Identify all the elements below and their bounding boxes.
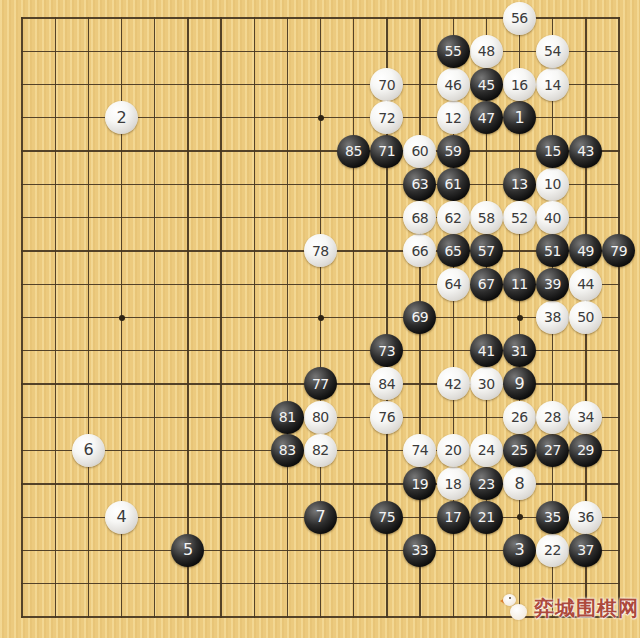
stone-number: 81 [279, 410, 296, 424]
stone-number: 40 [544, 211, 561, 225]
stone-number: 52 [511, 211, 528, 225]
stone-22: 22 [536, 534, 569, 567]
stone-36: 36 [569, 501, 602, 534]
stone-number: 26 [511, 410, 528, 424]
stone-54: 54 [536, 35, 569, 68]
stone-27: 27 [536, 434, 569, 467]
stone-number: 33 [411, 543, 428, 557]
stone-number: 56 [511, 11, 528, 25]
stone-number: 34 [577, 410, 594, 424]
stone-number: 46 [445, 78, 462, 92]
stone-52: 52 [503, 201, 536, 234]
stone-21: 21 [470, 501, 503, 534]
stone-72: 72 [370, 101, 403, 134]
stone-number: 73 [378, 344, 395, 358]
stone-number: 80 [312, 410, 329, 424]
stone-67: 67 [470, 268, 503, 301]
go-diagram: 1234567891011121314151617181920212223242… [0, 0, 640, 638]
stone-number: 82 [312, 443, 329, 457]
stone-42: 42 [437, 367, 470, 400]
stone-number: 16 [511, 78, 528, 92]
stone-40: 40 [536, 201, 569, 234]
stone-number: 69 [411, 310, 428, 324]
stone-10: 10 [536, 168, 569, 201]
stone-47: 47 [470, 101, 503, 134]
stone-number: 84 [378, 377, 395, 391]
stone-23: 23 [470, 467, 503, 500]
stone-number: 45 [478, 78, 495, 92]
stone-1: 1 [503, 101, 536, 134]
stone-number: 75 [378, 510, 395, 524]
stone-number: 27 [544, 443, 561, 457]
stone-number: 55 [445, 44, 462, 58]
stone-number: 8 [514, 476, 524, 492]
stone-71: 71 [370, 135, 403, 168]
stone-number: 43 [577, 144, 594, 158]
stone-62: 62 [437, 201, 470, 234]
stone-15: 15 [536, 135, 569, 168]
stone-11: 11 [503, 268, 536, 301]
stone-4: 4 [105, 501, 138, 534]
stone-79: 79 [602, 234, 635, 267]
stone-63: 63 [403, 168, 436, 201]
stone-number: 38 [544, 310, 561, 324]
stone-7: 7 [304, 501, 337, 534]
stone-number: 12 [445, 111, 462, 125]
stone-17: 17 [437, 501, 470, 534]
stone-37: 37 [569, 534, 602, 567]
stone-69: 69 [403, 301, 436, 334]
stone-number: 39 [544, 277, 561, 291]
stone-number: 76 [378, 410, 395, 424]
stone-31: 31 [503, 334, 536, 367]
stone-number: 22 [544, 543, 561, 557]
stone-50: 50 [569, 301, 602, 334]
stone-number: 35 [544, 510, 561, 524]
stone-66: 66 [403, 234, 436, 267]
stone-57: 57 [470, 234, 503, 267]
stone-number: 49 [577, 244, 594, 258]
stone-number: 21 [478, 510, 495, 524]
stone-number: 77 [312, 377, 329, 391]
stone-49: 49 [569, 234, 602, 267]
stone-58: 58 [470, 201, 503, 234]
stone-number: 19 [411, 477, 428, 491]
stone-number: 41 [478, 344, 495, 358]
stone-43: 43 [569, 135, 602, 168]
stone-68: 68 [403, 201, 436, 234]
stone-number: 79 [610, 244, 627, 258]
stone-77: 77 [304, 367, 337, 400]
stone-number: 29 [577, 443, 594, 457]
stone-number: 15 [544, 144, 561, 158]
stone-44: 44 [569, 268, 602, 301]
stone-number: 78 [312, 244, 329, 258]
stone-number: 44 [577, 277, 594, 291]
stone-number: 30 [478, 377, 495, 391]
stone-number: 13 [511, 177, 528, 191]
watermark-bird-icon [500, 592, 534, 624]
stone-number: 47 [478, 111, 495, 125]
stone-number: 48 [478, 44, 495, 58]
stone-number: 51 [544, 244, 561, 258]
stone-78: 78 [304, 234, 337, 267]
stone-number: 74 [411, 443, 428, 457]
watermark-text: 弈城围棋网 [534, 595, 639, 622]
stone-51: 51 [536, 234, 569, 267]
stone-65: 65 [437, 234, 470, 267]
stone-number: 59 [445, 144, 462, 158]
stone-84: 84 [370, 367, 403, 400]
stone-number: 36 [577, 510, 594, 524]
stone-8: 8 [503, 467, 536, 500]
stone-59: 59 [437, 135, 470, 168]
stone-24: 24 [470, 434, 503, 467]
stone-5: 5 [171, 534, 204, 567]
stone-35: 35 [536, 501, 569, 534]
stone-19: 19 [403, 467, 436, 500]
stone-number: 18 [445, 477, 462, 491]
stone-number: 58 [478, 211, 495, 225]
stone-2: 2 [105, 101, 138, 134]
watermark: 弈城围棋网 [500, 592, 639, 624]
stone-number: 11 [511, 277, 528, 291]
stone-34: 34 [569, 401, 602, 434]
stone-number: 24 [478, 443, 495, 457]
stone-9: 9 [503, 367, 536, 400]
stone-41: 41 [470, 334, 503, 367]
stone-number: 6 [83, 442, 93, 458]
stone-number: 31 [511, 344, 528, 358]
stone-56: 56 [503, 2, 536, 35]
stone-39: 39 [536, 268, 569, 301]
stone-81: 81 [271, 401, 304, 434]
stone-38: 38 [536, 301, 569, 334]
stone-6: 6 [72, 434, 105, 467]
stone-number: 23 [478, 477, 495, 491]
stone-number: 14 [544, 78, 561, 92]
stone-28: 28 [536, 401, 569, 434]
stone-number: 17 [445, 510, 462, 524]
stone-number: 20 [445, 443, 462, 457]
stone-83: 83 [271, 434, 304, 467]
stone-number: 9 [514, 376, 524, 392]
stone-number: 60 [411, 144, 428, 158]
stone-number: 3 [514, 542, 524, 558]
stone-number: 42 [445, 377, 462, 391]
stone-number: 64 [445, 277, 462, 291]
stone-26: 26 [503, 401, 536, 434]
stone-30: 30 [470, 367, 503, 400]
stone-46: 46 [437, 68, 470, 101]
stone-16: 16 [503, 68, 536, 101]
stone-45: 45 [470, 68, 503, 101]
stone-73: 73 [370, 334, 403, 367]
stone-number: 72 [378, 111, 395, 125]
stone-80: 80 [304, 401, 337, 434]
stone-3: 3 [503, 534, 536, 567]
stone-number: 10 [544, 177, 561, 191]
stone-76: 76 [370, 401, 403, 434]
stone-74: 74 [403, 434, 436, 467]
stone-number: 37 [577, 543, 594, 557]
stone-number: 4 [117, 509, 127, 525]
stone-29: 29 [569, 434, 602, 467]
stone-75: 75 [370, 501, 403, 534]
stone-number: 71 [378, 144, 395, 158]
stone-number: 7 [316, 509, 326, 525]
stone-64: 64 [437, 268, 470, 301]
stone-number: 28 [544, 410, 561, 424]
stone-14: 14 [536, 68, 569, 101]
stone-number: 65 [445, 244, 462, 258]
stone-61: 61 [437, 168, 470, 201]
stone-25: 25 [503, 434, 536, 467]
stone-12: 12 [437, 101, 470, 134]
stone-number: 50 [577, 310, 594, 324]
stone-number: 57 [478, 244, 495, 258]
stone-20: 20 [437, 434, 470, 467]
stone-60: 60 [403, 135, 436, 168]
stone-number: 85 [345, 144, 362, 158]
stone-number: 63 [411, 177, 428, 191]
stone-number: 66 [411, 244, 428, 258]
stone-number: 67 [478, 277, 495, 291]
stone-82: 82 [304, 434, 337, 467]
stone-number: 61 [445, 177, 462, 191]
stone-number: 25 [511, 443, 528, 457]
stone-13: 13 [503, 168, 536, 201]
stone-48: 48 [470, 35, 503, 68]
stone-number: 2 [117, 110, 127, 126]
stone-number: 83 [279, 443, 296, 457]
stone-number: 54 [544, 44, 561, 58]
stone-number: 68 [411, 211, 428, 225]
stone-70: 70 [370, 68, 403, 101]
stone-number: 70 [378, 78, 395, 92]
stone-85: 85 [337, 135, 370, 168]
go-board: 1234567891011121314151617181920212223242… [5, 1, 635, 633]
stone-55: 55 [437, 35, 470, 68]
stone-number: 1 [514, 110, 524, 126]
stone-18: 18 [437, 467, 470, 500]
stone-33: 33 [403, 534, 436, 567]
stone-number: 5 [183, 542, 193, 558]
stone-number: 62 [445, 211, 462, 225]
